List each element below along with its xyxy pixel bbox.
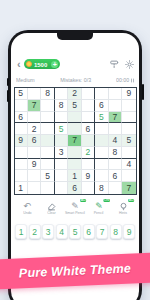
cell-r3c4[interactable] [55,112,68,124]
cell-r7c9[interactable]: 4 [122,159,135,171]
pencil-button[interactable]: ON ✎ Pencil [87,201,111,221]
cell-r8c5[interactable]: 1 [68,170,81,182]
cell-r8c9[interactable] [122,170,135,182]
number-pad: 123456789 [15,224,135,239]
smart-pencil-icon: ✎ [71,201,79,211]
cell-r6c3[interactable] [41,147,54,159]
cell-r3c9[interactable] [122,112,135,124]
hints-badge: AD [128,199,134,202]
smart-pencil-badge: AD [80,199,86,202]
cell-r6c1[interactable] [15,147,28,159]
numpad-9[interactable]: 9 [123,224,135,239]
cell-r5c6[interactable] [82,135,95,147]
eraser-icon [47,201,56,211]
sudoku-board: 58297856657256967453289451961687 [14,87,137,195]
cell-r1c5[interactable]: 2 [68,88,81,100]
coin-counter[interactable]: 1500 + [24,59,61,69]
cell-r7c2[interactable]: 9 [28,159,41,171]
pencil-badge: ON [103,199,110,202]
cell-r9c8[interactable] [109,182,122,194]
cell-r4c3[interactable] [41,123,54,135]
theme-paint-roller-icon[interactable] [110,60,119,69]
cell-r8c3[interactable]: 5 [41,170,54,182]
cell-r1c9[interactable]: 9 [122,88,135,100]
cell-r4c2[interactable]: 2 [28,123,41,135]
cell-r5c3[interactable] [41,135,54,147]
cell-r3c3[interactable] [41,112,54,124]
cell-r6c5[interactable] [68,147,81,159]
cell-r1c4[interactable] [55,88,68,100]
pause-button[interactable] [131,78,134,82]
timer-label: 00:00 [116,77,129,82]
cell-r1c2[interactable] [28,88,41,100]
cell-r5c4[interactable] [55,135,68,147]
cell-r8c2[interactable] [28,170,41,182]
cell-r4c5[interactable] [68,123,81,135]
cell-r9c1[interactable]: 1 [15,182,28,194]
pencil-icon: ✎ [95,201,103,211]
cell-r2c1[interactable] [15,100,28,112]
smart-pencil-button[interactable]: AD ✎ Smart Pencil [63,201,87,221]
cell-r8c8[interactable]: 6 [109,170,122,182]
volume-down-button [7,90,9,102]
numpad-8[interactable]: 8 [110,224,122,239]
cell-r8c7[interactable] [95,170,108,182]
cell-r6c2[interactable] [28,147,41,159]
cell-r6c7[interactable] [95,147,108,159]
cell-r2c3[interactable] [41,100,54,112]
numpad-6[interactable]: 6 [83,224,95,239]
power-button [142,84,144,100]
cell-r1c8[interactable] [109,88,122,100]
cell-r5c5[interactable]: 7 [68,135,81,147]
cell-r7c1[interactable] [15,159,28,171]
cell-r7c4[interactable] [55,159,68,171]
cell-r5c9[interactable]: 5 [122,135,135,147]
cell-r4c6[interactable]: 6 [82,123,95,135]
coin-count: 1500 [34,61,47,67]
undo-button[interactable]: ↶ Undo [15,201,39,221]
numpad-5[interactable]: 5 [69,224,81,239]
cell-r3c8[interactable]: 7 [109,112,122,124]
cell-r9c6[interactable] [82,182,95,194]
status-row: Medium Mistakes: 0/3 00:00 [16,76,134,84]
cell-r3c5[interactable] [68,112,81,124]
cell-r2c5[interactable]: 5 [68,100,81,112]
cell-r9c9[interactable]: 7 [122,182,135,194]
cell-r1c1[interactable]: 5 [15,88,28,100]
cell-r3c7[interactable]: 5 [95,112,108,124]
cell-r2c9[interactable] [122,100,135,112]
cell-r6c4[interactable]: 3 [55,147,68,159]
numpad-7[interactable]: 7 [96,224,108,239]
cell-r8c6[interactable]: 9 [82,170,95,182]
cell-r7c3[interactable] [41,159,54,171]
difficulty-label: Medium [16,77,35,82]
cell-r4c8[interactable] [109,123,122,135]
cell-r2c6[interactable] [82,100,95,112]
cell-r2c4[interactable]: 8 [55,100,68,112]
cell-r8c1[interactable] [15,170,28,182]
app-header: ‹ 1500 + [16,57,134,71]
cell-r4c1[interactable] [15,123,28,135]
mistakes-label: Mistakes: 0/3 [60,77,91,82]
cell-r5c8[interactable]: 4 [109,135,122,147]
cell-r3c1[interactable]: 6 [15,112,28,124]
cell-r5c1[interactable]: 9 [15,135,28,147]
cell-r3c6[interactable] [82,112,95,124]
cell-r4c9[interactable] [122,123,135,135]
cell-r9c7[interactable]: 8 [95,182,108,194]
phone-notch [57,33,93,40]
cell-r7c7[interactable] [95,159,108,171]
clear-button[interactable]: Clear [39,201,63,221]
cell-r3c2[interactable] [28,112,41,124]
cell-r9c5[interactable]: 6 [68,182,81,194]
back-button[interactable]: ‹ [16,59,22,69]
cell-r8c4[interactable] [55,170,68,182]
cell-r9c4[interactable] [55,182,68,194]
numpad-4[interactable]: 4 [56,224,68,239]
cell-r7c5[interactable] [68,159,81,171]
cell-r9c3[interactable] [41,182,54,194]
cell-r2c7[interactable]: 6 [95,100,108,112]
settings-gear-icon[interactable] [125,60,134,69]
cell-r6c8[interactable]: 8 [109,147,122,159]
cell-r7c6[interactable] [82,159,95,171]
hints-button[interactable]: AD Hints [111,201,135,221]
add-coins-button[interactable]: + [51,61,58,68]
cell-r2c8[interactable] [109,100,122,112]
cell-r1c3[interactable]: 8 [41,88,54,100]
cell-r7c8[interactable] [109,159,122,171]
cell-r5c2[interactable]: 6 [28,135,41,147]
undo-icon: ↶ [23,201,31,211]
cell-r4c4[interactable]: 5 [55,123,68,135]
cell-r5c7[interactable] [95,135,108,147]
numpad-3[interactable]: 3 [42,224,54,239]
hint-bulb-icon [119,201,128,211]
cell-r6c6[interactable]: 2 [82,147,95,159]
toolbar: ↶ Undo Clear AD ✎ Smart Pencil ON ✎ Penc… [15,201,135,221]
banner-text: Pure White Theme [19,262,132,281]
cell-r4c7[interactable] [95,123,108,135]
cell-r1c7[interactable] [95,88,108,100]
coin-icon [26,61,32,67]
cell-r2c2[interactable]: 7 [28,100,41,112]
cell-r6c9[interactable] [122,147,135,159]
numpad-2[interactable]: 2 [29,224,41,239]
volume-up-button [7,78,9,86]
numpad-1[interactable]: 1 [15,224,27,239]
cell-r9c2[interactable] [28,182,41,194]
cell-r1c6[interactable] [82,88,95,100]
